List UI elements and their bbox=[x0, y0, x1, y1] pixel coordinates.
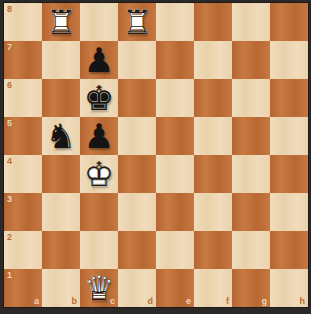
square-a1[interactable]: 1a bbox=[4, 269, 42, 307]
square-c5[interactable]: ♟ bbox=[80, 117, 118, 155]
square-c2[interactable] bbox=[80, 231, 118, 269]
square-g5[interactable] bbox=[232, 117, 270, 155]
file-label-h: h bbox=[300, 296, 306, 306]
piece-black-pawn-c7[interactable]: ♟ bbox=[80, 41, 118, 79]
square-a8[interactable]: 8 bbox=[4, 3, 42, 41]
rank-label-8: 8 bbox=[7, 4, 12, 14]
square-b7[interactable] bbox=[42, 41, 80, 79]
piece-white-king-c4[interactable]: ♚♔ bbox=[80, 155, 118, 193]
square-e1[interactable]: e bbox=[156, 269, 194, 307]
square-b2[interactable] bbox=[42, 231, 80, 269]
square-a7[interactable]: 7 bbox=[4, 41, 42, 79]
square-a3[interactable]: 3 bbox=[4, 193, 42, 231]
square-c7[interactable]: ♟ bbox=[80, 41, 118, 79]
square-h8[interactable] bbox=[270, 3, 308, 41]
piece-black-king-c6[interactable]: ♚ bbox=[80, 79, 118, 117]
square-e6[interactable] bbox=[156, 79, 194, 117]
chess-board: 8♜♖♜♖7♟6♚5♞♟4♚♔321abc♛♕defgh bbox=[4, 3, 308, 307]
square-g4[interactable] bbox=[232, 155, 270, 193]
square-e3[interactable] bbox=[156, 193, 194, 231]
file-label-b: b bbox=[72, 296, 78, 306]
square-g3[interactable] bbox=[232, 193, 270, 231]
square-h5[interactable] bbox=[270, 117, 308, 155]
file-label-d: d bbox=[148, 296, 154, 306]
piece-black-pawn-c5[interactable]: ♟ bbox=[80, 117, 118, 155]
square-f3[interactable] bbox=[194, 193, 232, 231]
square-d7[interactable] bbox=[118, 41, 156, 79]
square-f5[interactable] bbox=[194, 117, 232, 155]
square-g1[interactable]: g bbox=[232, 269, 270, 307]
square-e2[interactable] bbox=[156, 231, 194, 269]
square-h1[interactable]: h bbox=[270, 269, 308, 307]
square-h4[interactable] bbox=[270, 155, 308, 193]
square-g6[interactable] bbox=[232, 79, 270, 117]
file-label-e: e bbox=[186, 296, 191, 306]
square-h2[interactable] bbox=[270, 231, 308, 269]
square-h7[interactable] bbox=[270, 41, 308, 79]
square-d3[interactable] bbox=[118, 193, 156, 231]
rank-label-2: 2 bbox=[7, 232, 12, 242]
square-f8[interactable] bbox=[194, 3, 232, 41]
piece-white-rook-d8[interactable]: ♜♖ bbox=[118, 3, 156, 41]
piece-white-queen-c1[interactable]: ♛♕ bbox=[80, 269, 118, 307]
square-g2[interactable] bbox=[232, 231, 270, 269]
square-c4[interactable]: ♚♔ bbox=[80, 155, 118, 193]
square-b5[interactable]: ♞ bbox=[42, 117, 80, 155]
piece-black-knight-b5[interactable]: ♞ bbox=[42, 117, 80, 155]
rank-label-7: 7 bbox=[7, 42, 12, 52]
square-e8[interactable] bbox=[156, 3, 194, 41]
square-b4[interactable] bbox=[42, 155, 80, 193]
square-d5[interactable] bbox=[118, 117, 156, 155]
square-h3[interactable] bbox=[270, 193, 308, 231]
square-e4[interactable] bbox=[156, 155, 194, 193]
square-b1[interactable]: b bbox=[42, 269, 80, 307]
black-knight-glyph: ♞ bbox=[42, 117, 80, 155]
black-pawn-glyph: ♟ bbox=[80, 41, 118, 79]
square-b8[interactable]: ♜♖ bbox=[42, 3, 80, 41]
square-b6[interactable] bbox=[42, 79, 80, 117]
square-f6[interactable] bbox=[194, 79, 232, 117]
square-b3[interactable] bbox=[42, 193, 80, 231]
square-g8[interactable] bbox=[232, 3, 270, 41]
piece-white-rook-b8[interactable]: ♜♖ bbox=[42, 3, 80, 41]
square-d6[interactable] bbox=[118, 79, 156, 117]
white-queen-glyph-outline: ♕ bbox=[80, 269, 118, 307]
square-g7[interactable] bbox=[232, 41, 270, 79]
white-king-glyph-outline: ♔ bbox=[80, 155, 118, 193]
square-h6[interactable] bbox=[270, 79, 308, 117]
rank-label-5: 5 bbox=[7, 118, 12, 128]
square-f7[interactable] bbox=[194, 41, 232, 79]
square-d1[interactable]: d bbox=[118, 269, 156, 307]
square-e7[interactable] bbox=[156, 41, 194, 79]
rank-label-3: 3 bbox=[7, 194, 12, 204]
square-f2[interactable] bbox=[194, 231, 232, 269]
black-king-glyph: ♚ bbox=[80, 79, 118, 117]
file-label-a: a bbox=[34, 296, 39, 306]
square-a4[interactable]: 4 bbox=[4, 155, 42, 193]
square-c8[interactable] bbox=[80, 3, 118, 41]
white-rook-glyph-outline: ♖ bbox=[42, 3, 80, 41]
square-d8[interactable]: ♜♖ bbox=[118, 3, 156, 41]
square-a5[interactable]: 5 bbox=[4, 117, 42, 155]
file-label-g: g bbox=[262, 296, 268, 306]
rank-label-1: 1 bbox=[7, 270, 12, 280]
square-d2[interactable] bbox=[118, 231, 156, 269]
square-f4[interactable] bbox=[194, 155, 232, 193]
black-pawn-glyph: ♟ bbox=[80, 117, 118, 155]
square-d4[interactable] bbox=[118, 155, 156, 193]
rank-label-6: 6 bbox=[7, 80, 12, 90]
square-c6[interactable]: ♚ bbox=[80, 79, 118, 117]
square-f1[interactable]: f bbox=[194, 269, 232, 307]
file-label-f: f bbox=[226, 296, 229, 306]
square-c3[interactable] bbox=[80, 193, 118, 231]
square-a6[interactable]: 6 bbox=[4, 79, 42, 117]
square-c1[interactable]: c♛♕ bbox=[80, 269, 118, 307]
square-a2[interactable]: 2 bbox=[4, 231, 42, 269]
rank-label-4: 4 bbox=[7, 156, 12, 166]
square-e5[interactable] bbox=[156, 117, 194, 155]
white-rook-glyph-outline: ♖ bbox=[118, 3, 156, 41]
